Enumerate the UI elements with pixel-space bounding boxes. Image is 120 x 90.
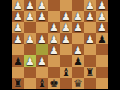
square-g6[interactable]: ♟ [24, 55, 36, 66]
square-e4[interactable]: ♟ [48, 33, 60, 44]
square-f3[interactable] [36, 22, 48, 33]
white-pawn-icon: ♟ [85, 33, 94, 43]
square-a2[interactable]: ♟ [96, 11, 108, 22]
square-d8[interactable] [60, 78, 72, 89]
white-pawn-icon: ♟ [13, 33, 22, 43]
black-bishop-icon: ♝ [61, 67, 70, 77]
white-pawn-icon: ♟ [25, 0, 34, 10]
square-h4[interactable]: ♟ [12, 33, 24, 44]
chess-app-window: ♟♟♟♟♟♟♟♟♟♟♟♟♟♟♟♟♟♟♟♟♟♟♟♟♟♟♟♟♟♟♝♜♜♝♚♛ [0, 0, 120, 90]
white-pawn-icon: ♟ [61, 33, 70, 43]
square-g8[interactable] [24, 78, 36, 89]
white-pawn-icon: ♟ [49, 33, 58, 43]
square-b2[interactable]: ♟ [84, 11, 96, 22]
black-bishop-icon: ♝ [37, 78, 46, 88]
square-d4[interactable]: ♟ [60, 33, 72, 44]
white-pawn-icon: ♟ [85, 11, 94, 21]
square-h8[interactable]: ♜ [12, 78, 24, 89]
white-pawn-icon: ♟ [37, 11, 46, 21]
square-e7[interactable] [48, 67, 60, 78]
square-h2[interactable]: ♟ [12, 11, 24, 22]
white-pawn-icon: ♟ [25, 11, 34, 21]
left-letterbox [0, 0, 12, 90]
white-pawn-icon: ♟ [25, 55, 34, 65]
square-c6[interactable]: ♟ [72, 55, 84, 66]
square-d1[interactable] [60, 0, 72, 11]
square-e6[interactable] [48, 55, 60, 66]
square-c8[interactable]: ♛ [72, 78, 84, 89]
square-g5[interactable] [24, 44, 36, 55]
square-a4[interactable]: ♟ [96, 33, 108, 44]
right-letterbox [108, 0, 120, 90]
white-pawn-icon: ♟ [13, 11, 22, 21]
black-rook-icon: ♜ [13, 78, 22, 88]
white-pawn-icon: ♟ [97, 11, 106, 21]
white-pawn-icon: ♟ [25, 33, 34, 43]
black-pawn-icon: ♟ [97, 33, 106, 43]
square-d5[interactable] [60, 44, 72, 55]
square-g2[interactable]: ♟ [24, 11, 36, 22]
square-f6[interactable]: ♟ [36, 55, 48, 66]
square-e5[interactable]: ♟ [48, 44, 60, 55]
square-a8[interactable] [96, 78, 108, 89]
square-a6[interactable] [96, 55, 108, 66]
white-pawn-icon: ♟ [49, 44, 58, 54]
white-pawn-icon: ♟ [97, 0, 106, 10]
square-f2[interactable]: ♟ [36, 11, 48, 22]
square-b5[interactable] [84, 44, 96, 55]
white-pawn-icon: ♟ [13, 22, 22, 32]
square-h3[interactable]: ♟ [12, 22, 24, 33]
black-pawn-icon: ♟ [13, 55, 22, 65]
square-a3[interactable]: ♟ [96, 22, 108, 33]
square-c7[interactable] [72, 67, 84, 78]
square-c4[interactable] [72, 33, 84, 44]
square-g3[interactable] [24, 22, 36, 33]
square-c1[interactable] [72, 0, 84, 11]
white-pawn-icon: ♟ [37, 0, 46, 10]
square-b4[interactable]: ♟ [84, 33, 96, 44]
white-pawn-icon: ♟ [73, 11, 82, 21]
square-h7[interactable] [12, 67, 24, 78]
white-pawn-icon: ♟ [97, 22, 106, 32]
square-f4[interactable]: ♟ [36, 33, 48, 44]
square-f1[interactable]: ♟ [36, 0, 48, 11]
square-e3[interactable]: ♟ [48, 22, 60, 33]
square-e1[interactable] [48, 0, 60, 11]
white-pawn-icon: ♟ [73, 44, 82, 54]
square-b8[interactable] [84, 78, 96, 89]
square-e2[interactable] [48, 11, 60, 22]
square-h1[interactable]: ♟ [12, 0, 24, 11]
white-pawn-icon: ♟ [37, 55, 46, 65]
square-b3[interactable] [84, 22, 96, 33]
square-b1[interactable]: ♟ [84, 0, 96, 11]
white-pawn-icon: ♟ [73, 22, 82, 32]
square-d7[interactable]: ♝ [60, 67, 72, 78]
white-pawn-icon: ♟ [61, 22, 70, 32]
square-g1[interactable]: ♟ [24, 0, 36, 11]
square-b6[interactable] [84, 55, 96, 66]
square-a5[interactable] [96, 44, 108, 55]
white-pawn-icon: ♟ [61, 11, 70, 21]
square-d3[interactable]: ♟ [60, 22, 72, 33]
white-pawn-icon: ♟ [85, 0, 94, 10]
black-king-icon: ♚ [49, 78, 58, 88]
chess-board: ♟♟♟♟♟♟♟♟♟♟♟♟♟♟♟♟♟♟♟♟♟♟♟♟♟♟♟♟♟♟♝♜♜♝♚♛ [12, 0, 108, 89]
square-d6[interactable] [60, 55, 72, 66]
square-h5[interactable] [12, 44, 24, 55]
white-pawn-icon: ♟ [37, 33, 46, 43]
square-f5[interactable] [36, 44, 48, 55]
square-h6[interactable]: ♟ [12, 55, 24, 66]
square-c5[interactable]: ♟ [72, 44, 84, 55]
square-a1[interactable]: ♟ [96, 0, 108, 11]
black-rook-icon: ♜ [85, 67, 94, 77]
white-pawn-icon: ♟ [13, 0, 22, 10]
square-f7[interactable] [36, 67, 48, 78]
black-pawn-icon: ♟ [73, 55, 82, 65]
square-d2[interactable]: ♟ [60, 11, 72, 22]
square-c2[interactable]: ♟ [72, 11, 84, 22]
square-f8[interactable]: ♝ [36, 78, 48, 89]
white-pawn-icon: ♟ [49, 22, 58, 32]
square-c3[interactable]: ♟ [72, 22, 84, 33]
square-g4[interactable]: ♟ [24, 33, 36, 44]
square-g7[interactable] [24, 67, 36, 78]
square-e8[interactable]: ♚ [48, 78, 60, 89]
square-b7[interactable]: ♜ [84, 67, 96, 78]
square-a7[interactable] [96, 67, 108, 78]
black-queen-icon: ♛ [73, 78, 82, 88]
